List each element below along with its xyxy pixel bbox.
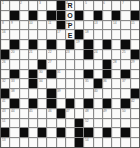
black-cell bbox=[47, 99, 55, 108]
black-cell bbox=[47, 89, 55, 98]
clue-number: 8 bbox=[2, 21, 4, 24]
grid-cell[interactable] bbox=[57, 99, 65, 108]
black-cell bbox=[57, 1, 65, 10]
clue-number: 5 bbox=[85, 1, 87, 4]
clue-number: 48 bbox=[85, 109, 89, 112]
grid-cell[interactable] bbox=[131, 79, 139, 88]
black-cell bbox=[57, 11, 65, 20]
grid-cell[interactable] bbox=[131, 70, 139, 79]
clue-number: 28 bbox=[113, 60, 117, 63]
grid-cell[interactable] bbox=[131, 40, 139, 49]
grid-cell[interactable] bbox=[75, 79, 83, 88]
clue-number: 47 bbox=[66, 109, 70, 112]
grid-cell[interactable] bbox=[121, 119, 129, 128]
grid-cell[interactable] bbox=[75, 109, 83, 118]
grid-cell[interactable]: 15 bbox=[131, 21, 139, 30]
grid-cell[interactable]: 40 bbox=[94, 89, 102, 98]
grid-cell[interactable] bbox=[75, 60, 83, 69]
grid-cell[interactable] bbox=[1, 11, 9, 20]
grid-cell[interactable] bbox=[94, 40, 102, 49]
black-cell bbox=[1, 128, 9, 137]
clue-number: 42 bbox=[131, 99, 135, 102]
black-cell bbox=[121, 70, 129, 79]
grid-cell[interactable] bbox=[94, 70, 102, 79]
grid-cell[interactable] bbox=[112, 30, 120, 39]
grid-cell[interactable]: O bbox=[66, 11, 74, 20]
grid-cell[interactable] bbox=[29, 138, 37, 147]
clue-number: 37 bbox=[122, 79, 126, 82]
grid-cell[interactable]: 9 bbox=[10, 21, 18, 30]
black-cell bbox=[47, 11, 55, 20]
black-cell bbox=[103, 128, 111, 137]
grid-cell[interactable] bbox=[47, 1, 55, 10]
grid-cell[interactable] bbox=[20, 11, 28, 20]
grid-cell[interactable] bbox=[20, 30, 28, 39]
grid-cell[interactable]: E bbox=[66, 30, 74, 39]
grid-cell[interactable] bbox=[103, 11, 111, 20]
grid-cell[interactable] bbox=[131, 128, 139, 137]
grid-cell[interactable] bbox=[57, 138, 65, 147]
grid-cell[interactable] bbox=[94, 60, 102, 69]
grid-cell[interactable]: 16 bbox=[1, 30, 9, 39]
grid-cell[interactable]: 36 bbox=[103, 79, 111, 88]
grid-cell[interactable] bbox=[57, 79, 65, 88]
grid-cell[interactable] bbox=[1, 40, 9, 49]
grid-cell[interactable] bbox=[38, 21, 46, 30]
black-cell bbox=[10, 40, 18, 49]
black-cell bbox=[10, 70, 18, 79]
clue-number: 44 bbox=[11, 109, 15, 112]
grid-cell[interactable] bbox=[103, 21, 111, 30]
black-cell bbox=[75, 138, 83, 147]
clue-number: 15 bbox=[131, 21, 135, 24]
black-cell bbox=[47, 70, 55, 79]
clue-number: 53 bbox=[2, 138, 6, 141]
grid-cell[interactable] bbox=[66, 89, 74, 98]
grid-cell[interactable] bbox=[29, 119, 37, 128]
black-cell bbox=[1, 89, 9, 98]
grid-cell[interactable]: 35 bbox=[84, 79, 92, 88]
black-cell bbox=[47, 40, 55, 49]
grid-cell[interactable]: 11 bbox=[47, 21, 55, 30]
grid-cell[interactable]: 44 bbox=[10, 109, 18, 118]
black-cell bbox=[75, 11, 83, 20]
grid-cell[interactable]: 23 bbox=[66, 50, 74, 59]
grid-cell[interactable] bbox=[57, 40, 65, 49]
clue-number: 31 bbox=[57, 70, 61, 73]
clue-number: 11 bbox=[48, 21, 51, 24]
grid-cell[interactable] bbox=[112, 138, 120, 147]
grid-cell[interactable]: 3 bbox=[38, 1, 46, 10]
grid-cell[interactable] bbox=[121, 138, 129, 147]
black-cell bbox=[103, 99, 111, 108]
grid-cell[interactable] bbox=[94, 109, 102, 118]
clue-number: 10 bbox=[29, 21, 33, 24]
grid-cell[interactable] bbox=[57, 50, 65, 59]
grid-cell[interactable] bbox=[103, 89, 111, 98]
clue-number: 20 bbox=[11, 50, 15, 53]
black-cell bbox=[10, 11, 18, 20]
grid-cell[interactable]: 12P bbox=[66, 21, 74, 30]
grid-cell[interactable]: 10 bbox=[29, 21, 37, 30]
black-cell bbox=[75, 30, 83, 39]
grid-cell[interactable] bbox=[112, 99, 120, 108]
grid-cell[interactable] bbox=[112, 40, 120, 49]
grid-cell[interactable] bbox=[10, 60, 18, 69]
clue-number: 17 bbox=[57, 30, 61, 33]
grid-cell[interactable] bbox=[29, 60, 37, 69]
grid-cell[interactable]: 7 bbox=[121, 1, 129, 10]
grid-cell[interactable] bbox=[29, 30, 37, 39]
clue-number: 38 bbox=[11, 89, 15, 92]
black-cell bbox=[29, 99, 37, 108]
grid-cell[interactable] bbox=[38, 109, 46, 118]
black-cell bbox=[121, 99, 129, 108]
clue-number: 45 bbox=[29, 109, 33, 112]
clue-number: 6 bbox=[103, 1, 105, 4]
black-cell bbox=[84, 128, 92, 137]
grid-cell[interactable]: 41 bbox=[1, 99, 9, 108]
grid-cell[interactable] bbox=[20, 109, 28, 118]
grid-cell[interactable] bbox=[94, 128, 102, 137]
black-cell bbox=[84, 70, 92, 79]
clue-number: 19 bbox=[76, 40, 80, 43]
grid-cell[interactable] bbox=[20, 21, 28, 30]
grid-cell[interactable] bbox=[20, 89, 28, 98]
clue-number: 35 bbox=[85, 79, 89, 82]
clue-number: 51 bbox=[2, 119, 6, 122]
black-cell bbox=[103, 70, 111, 79]
grid-cell[interactable]: 38 bbox=[10, 89, 18, 98]
grid-cell[interactable]: 43 bbox=[1, 109, 9, 118]
grid-cell[interactable]: 1 bbox=[1, 1, 9, 10]
grid-cell[interactable]: 31 bbox=[57, 70, 65, 79]
grid-cell[interactable]: 27 bbox=[47, 60, 55, 69]
black-cell bbox=[131, 11, 139, 20]
black-cell bbox=[66, 40, 74, 49]
clue-number: 26 bbox=[2, 60, 6, 63]
clue-number: 9 bbox=[11, 21, 13, 24]
grid-cell[interactable]: 26 bbox=[1, 60, 9, 69]
grid-cell[interactable] bbox=[112, 119, 120, 128]
black-cell bbox=[10, 99, 18, 108]
grid-cell[interactable]: 42 bbox=[131, 99, 139, 108]
grid-cell[interactable] bbox=[20, 40, 28, 49]
grid-cell[interactable] bbox=[84, 21, 92, 30]
grid-cell[interactable] bbox=[84, 89, 92, 98]
grid-cell[interactable] bbox=[94, 1, 102, 10]
grid-cell[interactable]: 52 bbox=[84, 119, 92, 128]
clue-number: 22 bbox=[48, 50, 52, 53]
grid-cell[interactable]: 32 bbox=[1, 79, 9, 88]
grid-cell[interactable] bbox=[20, 50, 28, 59]
grid-cell[interactable] bbox=[131, 119, 139, 128]
black-cell bbox=[29, 70, 37, 79]
grid-cell[interactable] bbox=[66, 119, 74, 128]
grid-cell[interactable]: 25 bbox=[121, 50, 129, 59]
black-cell bbox=[29, 40, 37, 49]
grid-cell[interactable] bbox=[10, 119, 18, 128]
grid-cell[interactable] bbox=[29, 89, 37, 98]
grid-cell[interactable]: 45 bbox=[29, 109, 37, 118]
clue-number: 1 bbox=[2, 1, 4, 4]
grid-cell[interactable] bbox=[20, 70, 28, 79]
grid-cell[interactable]: 20 bbox=[10, 50, 18, 59]
clue-number: 49 bbox=[103, 109, 107, 112]
grid-cell[interactable] bbox=[112, 50, 120, 59]
grid-cell[interactable]: 50 bbox=[121, 109, 129, 118]
grid-cell[interactable] bbox=[47, 119, 55, 128]
black-cell bbox=[29, 79, 37, 88]
grid-cell[interactable]: 29 bbox=[131, 60, 139, 69]
cell-letter: O bbox=[66, 11, 74, 20]
clue-number: 30 bbox=[39, 70, 43, 73]
clue-number: 36 bbox=[103, 79, 107, 82]
clue-number: 13 bbox=[94, 21, 98, 24]
grid-cell[interactable] bbox=[84, 60, 92, 69]
clue-number: 41 bbox=[2, 99, 6, 102]
grid-cell[interactable] bbox=[20, 79, 28, 88]
black-cell bbox=[121, 128, 129, 137]
grid-cell[interactable] bbox=[1, 70, 9, 79]
grid-cell[interactable] bbox=[20, 138, 28, 147]
grid-cell[interactable] bbox=[38, 50, 46, 59]
grid-cell[interactable] bbox=[75, 1, 83, 10]
grid-cell[interactable] bbox=[20, 119, 28, 128]
crossword-grid: 1234R567O89101112P1314151617E18192021222… bbox=[0, 0, 140, 148]
grid-cell[interactable] bbox=[103, 119, 111, 128]
cell-letter: E bbox=[66, 30, 74, 39]
clue-number: 43 bbox=[2, 109, 6, 112]
grid-cell[interactable] bbox=[131, 109, 139, 118]
grid-cell[interactable]: 8 bbox=[1, 21, 9, 30]
black-cell bbox=[131, 89, 139, 98]
grid-cell[interactable]: 39 bbox=[57, 89, 65, 98]
grid-cell[interactable] bbox=[84, 11, 92, 20]
grid-cell[interactable]: 5 bbox=[84, 1, 92, 10]
clue-number: 52 bbox=[85, 119, 89, 122]
grid-cell[interactable] bbox=[10, 128, 18, 137]
clue-number: 46 bbox=[48, 109, 52, 112]
grid-cell[interactable]: 47 bbox=[66, 109, 74, 118]
grid-cell[interactable] bbox=[38, 40, 46, 49]
grid-cell[interactable]: 49 bbox=[103, 109, 111, 118]
clue-number: 3 bbox=[39, 1, 41, 4]
clue-number: 23 bbox=[66, 50, 70, 53]
grid-cell[interactable] bbox=[57, 60, 65, 69]
grid-cell[interactable]: 14 bbox=[112, 21, 120, 30]
black-cell bbox=[75, 128, 83, 137]
grid-cell[interactable] bbox=[47, 128, 55, 137]
grid-cell[interactable] bbox=[75, 70, 83, 79]
grid-cell[interactable] bbox=[131, 138, 139, 147]
grid-cell[interactable]: 37 bbox=[121, 79, 129, 88]
clue-number: 33 bbox=[11, 79, 15, 82]
black-cell bbox=[84, 40, 92, 49]
black-cell bbox=[75, 119, 83, 128]
grid-cell[interactable] bbox=[20, 99, 28, 108]
clue-number: 39 bbox=[57, 89, 61, 92]
grid-cell[interactable] bbox=[121, 21, 129, 30]
grid-cell[interactable] bbox=[10, 1, 18, 10]
clue-number: 29 bbox=[131, 60, 135, 63]
clue-number: 27 bbox=[48, 60, 52, 63]
grid-cell[interactable] bbox=[66, 70, 74, 79]
grid-cell[interactable] bbox=[38, 30, 46, 39]
black-cell bbox=[112, 11, 120, 20]
black-cell bbox=[103, 60, 111, 69]
grid-cell[interactable]: 46 bbox=[47, 109, 55, 118]
grid-cell[interactable] bbox=[75, 21, 83, 30]
grid-cell[interactable] bbox=[131, 1, 139, 10]
grid-cell[interactable] bbox=[38, 89, 46, 98]
grid-cell[interactable] bbox=[121, 89, 129, 98]
grid-cell[interactable]: 2 bbox=[20, 1, 28, 10]
clue-number: 54 bbox=[85, 138, 89, 141]
grid-cell[interactable]: 28 bbox=[112, 60, 120, 69]
grid-cell[interactable] bbox=[121, 11, 129, 20]
grid-cell[interactable]: 24 bbox=[94, 50, 102, 59]
black-cell bbox=[84, 99, 92, 108]
grid-cell[interactable] bbox=[38, 138, 46, 147]
grid-cell[interactable] bbox=[47, 30, 55, 39]
grid-cell[interactable] bbox=[103, 50, 111, 59]
grid-cell[interactable] bbox=[47, 79, 55, 88]
black-cell bbox=[84, 50, 92, 59]
grid-cell[interactable] bbox=[112, 79, 120, 88]
clue-number: 18 bbox=[85, 30, 89, 33]
grid-cell[interactable] bbox=[94, 119, 102, 128]
grid-cell[interactable] bbox=[66, 60, 74, 69]
grid-cell[interactable] bbox=[75, 89, 83, 98]
grid-cell[interactable]: 4R bbox=[66, 1, 74, 10]
grid-cell[interactable] bbox=[75, 99, 83, 108]
black-cell bbox=[57, 109, 65, 118]
grid-cell[interactable]: 53 bbox=[1, 138, 9, 147]
grid-cell[interactable] bbox=[103, 138, 111, 147]
cell-letter: P bbox=[66, 21, 74, 30]
grid-cell[interactable] bbox=[20, 60, 28, 69]
grid-cell[interactable]: 33 bbox=[10, 79, 18, 88]
grid-cell[interactable] bbox=[66, 128, 74, 137]
grid-cell[interactable]: 34 bbox=[38, 79, 46, 88]
clue-number: 7 bbox=[122, 1, 124, 4]
grid-cell[interactable]: 19 bbox=[75, 40, 83, 49]
black-cell bbox=[57, 128, 65, 137]
black-cell bbox=[103, 40, 111, 49]
grid-cell[interactable]: 13 bbox=[94, 21, 102, 30]
black-cell bbox=[94, 79, 102, 88]
grid-cell[interactable] bbox=[112, 1, 120, 10]
grid-cell[interactable] bbox=[38, 11, 46, 20]
grid-cell[interactable] bbox=[75, 50, 83, 59]
grid-cell[interactable] bbox=[94, 138, 102, 147]
clue-number: 50 bbox=[122, 109, 126, 112]
grid-cell[interactable] bbox=[121, 30, 129, 39]
grid-cell[interactable] bbox=[57, 119, 65, 128]
grid-cell[interactable] bbox=[66, 138, 74, 147]
grid-cell[interactable]: 21 bbox=[29, 50, 37, 59]
grid-cell[interactable]: 51 bbox=[1, 119, 9, 128]
cell-letter: R bbox=[66, 1, 74, 10]
black-cell bbox=[29, 11, 37, 20]
black-cell bbox=[57, 21, 65, 30]
grid-cell[interactable]: 30 bbox=[38, 70, 46, 79]
clue-number: 14 bbox=[113, 21, 117, 24]
clue-number: 25 bbox=[122, 50, 126, 53]
grid-cell[interactable] bbox=[10, 30, 18, 39]
black-cell bbox=[121, 40, 129, 49]
grid-cell[interactable]: 22 bbox=[47, 50, 55, 59]
grid-cell[interactable] bbox=[112, 128, 120, 137]
grid-cell[interactable] bbox=[103, 30, 111, 39]
grid-cell[interactable] bbox=[38, 119, 46, 128]
grid-cell[interactable] bbox=[94, 99, 102, 108]
black-cell bbox=[38, 128, 46, 137]
clue-number: 34 bbox=[39, 79, 43, 82]
grid-cell[interactable] bbox=[94, 30, 102, 39]
black-cell bbox=[131, 50, 139, 59]
grid-cell[interactable] bbox=[47, 138, 55, 147]
clue-number: 24 bbox=[94, 50, 98, 53]
grid-cell[interactable] bbox=[29, 128, 37, 137]
grid-cell[interactable] bbox=[112, 109, 120, 118]
clue-number: 21 bbox=[29, 50, 33, 53]
grid-cell[interactable] bbox=[121, 60, 129, 69]
black-cell bbox=[94, 11, 102, 20]
grid-cell[interactable] bbox=[112, 70, 120, 79]
black-cell bbox=[1, 50, 9, 59]
black-cell bbox=[38, 60, 46, 69]
grid-cell[interactable] bbox=[29, 1, 37, 10]
grid-cell[interactable]: 18 bbox=[84, 30, 92, 39]
grid-cell[interactable]: 6 bbox=[103, 1, 111, 10]
grid-cell[interactable] bbox=[131, 30, 139, 39]
clue-number: 2 bbox=[20, 1, 22, 4]
clue-number: 32 bbox=[2, 79, 6, 82]
grid-cell[interactable] bbox=[38, 99, 46, 108]
grid-cell[interactable] bbox=[10, 138, 18, 147]
grid-cell[interactable]: 48 bbox=[84, 109, 92, 118]
clue-number: 16 bbox=[2, 30, 6, 33]
grid-cell[interactable] bbox=[66, 79, 74, 88]
grid-cell[interactable]: 17 bbox=[57, 30, 65, 39]
black-cell bbox=[66, 99, 74, 108]
grid-cell[interactable] bbox=[112, 89, 120, 98]
clue-number: 40 bbox=[94, 89, 98, 92]
grid-cell[interactable]: 54 bbox=[84, 138, 92, 147]
black-cell bbox=[20, 128, 28, 137]
